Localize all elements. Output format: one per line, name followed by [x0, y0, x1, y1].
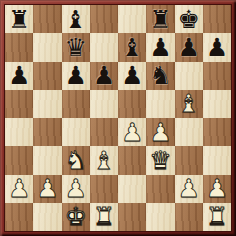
piece-black-pawn[interactable]: ♟	[93, 63, 115, 88]
piece-white-pawn[interactable]: ♟	[64, 176, 86, 201]
piece-black-queen[interactable]: ♛	[64, 35, 86, 60]
piece-black-bishop[interactable]: ♝	[64, 7, 86, 32]
square-g4[interactable]	[175, 118, 203, 146]
square-g5[interactable]: ♝	[175, 90, 203, 118]
piece-black-pawn[interactable]: ♟	[206, 35, 228, 60]
square-e6[interactable]: ♟	[118, 62, 146, 90]
square-c8[interactable]: ♝	[62, 5, 90, 33]
square-g8[interactable]: ♚	[175, 5, 203, 33]
square-c5[interactable]	[62, 90, 90, 118]
square-e8[interactable]	[118, 5, 146, 33]
piece-white-bishop[interactable]: ♝	[93, 148, 115, 173]
square-a8[interactable]: ♜	[5, 5, 33, 33]
square-c7[interactable]: ♛	[62, 33, 90, 61]
square-c4[interactable]	[62, 118, 90, 146]
square-a7[interactable]	[5, 33, 33, 61]
square-a3[interactable]	[5, 146, 33, 174]
square-c3[interactable]: ♞	[62, 146, 90, 174]
piece-black-rook[interactable]: ♜	[149, 7, 171, 32]
square-b4[interactable]	[33, 118, 61, 146]
square-c1[interactable]: ♚	[62, 203, 90, 231]
square-f3[interactable]: ♛	[146, 146, 174, 174]
square-c2[interactable]: ♟	[62, 175, 90, 203]
square-f6[interactable]: ♞	[146, 62, 174, 90]
square-d3[interactable]: ♝	[90, 146, 118, 174]
piece-black-pawn[interactable]: ♟	[8, 63, 30, 88]
square-a5[interactable]	[5, 90, 33, 118]
square-c6[interactable]: ♟	[62, 62, 90, 90]
piece-white-pawn[interactable]: ♟	[121, 120, 143, 145]
square-b1[interactable]	[33, 203, 61, 231]
square-h4[interactable]	[203, 118, 231, 146]
board-frame: ♜♝♜♚♛♝♟♟♟♟♟♟♟♞♝♟♟♞♝♛♟♟♟♟♟♚♜♜	[0, 0, 236, 236]
square-g1[interactable]	[175, 203, 203, 231]
square-d8[interactable]	[90, 5, 118, 33]
square-g3[interactable]	[175, 146, 203, 174]
square-b8[interactable]	[33, 5, 61, 33]
square-d5[interactable]	[90, 90, 118, 118]
square-h3[interactable]	[203, 146, 231, 174]
piece-black-knight[interactable]: ♞	[149, 63, 171, 88]
square-e4[interactable]: ♟	[118, 118, 146, 146]
piece-white-pawn[interactable]: ♟	[36, 176, 58, 201]
square-b6[interactable]	[33, 62, 61, 90]
square-d7[interactable]	[90, 33, 118, 61]
square-b2[interactable]: ♟	[33, 175, 61, 203]
piece-white-pawn[interactable]: ♟	[206, 176, 228, 201]
square-e7[interactable]: ♝	[118, 33, 146, 61]
piece-white-pawn[interactable]: ♟	[8, 176, 30, 201]
square-f8[interactable]: ♜	[146, 5, 174, 33]
square-d2[interactable]	[90, 175, 118, 203]
square-b5[interactable]	[33, 90, 61, 118]
piece-white-rook[interactable]: ♜	[93, 204, 115, 229]
piece-white-bishop[interactable]: ♝	[177, 91, 199, 116]
piece-black-bishop[interactable]: ♝	[121, 35, 143, 60]
piece-black-pawn[interactable]: ♟	[149, 35, 171, 60]
square-h1[interactable]: ♜	[203, 203, 231, 231]
square-h8[interactable]	[203, 5, 231, 33]
square-h5[interactable]	[203, 90, 231, 118]
piece-white-rook[interactable]: ♜	[206, 204, 228, 229]
piece-black-pawn[interactable]: ♟	[177, 35, 199, 60]
square-a1[interactable]	[5, 203, 33, 231]
square-f5[interactable]	[146, 90, 174, 118]
piece-white-queen[interactable]: ♛	[149, 148, 171, 173]
square-e1[interactable]	[118, 203, 146, 231]
square-d4[interactable]	[90, 118, 118, 146]
square-f1[interactable]	[146, 203, 174, 231]
square-a4[interactable]	[5, 118, 33, 146]
square-d6[interactable]: ♟	[90, 62, 118, 90]
piece-black-rook[interactable]: ♜	[8, 7, 30, 32]
piece-white-pawn[interactable]: ♟	[149, 120, 171, 145]
piece-white-pawn[interactable]: ♟	[177, 176, 199, 201]
square-d1[interactable]: ♜	[90, 203, 118, 231]
square-b7[interactable]	[33, 33, 61, 61]
square-g6[interactable]	[175, 62, 203, 90]
piece-black-king[interactable]: ♚	[177, 7, 199, 32]
square-g7[interactable]: ♟	[175, 33, 203, 61]
piece-black-pawn[interactable]: ♟	[64, 63, 86, 88]
square-a2[interactable]: ♟	[5, 175, 33, 203]
piece-white-knight[interactable]: ♞	[64, 148, 86, 173]
square-f7[interactable]: ♟	[146, 33, 174, 61]
square-g2[interactable]: ♟	[175, 175, 203, 203]
square-b3[interactable]	[33, 146, 61, 174]
piece-black-pawn[interactable]: ♟	[121, 63, 143, 88]
square-h6[interactable]	[203, 62, 231, 90]
square-e2[interactable]	[118, 175, 146, 203]
chess-board: ♜♝♜♚♛♝♟♟♟♟♟♟♟♞♝♟♟♞♝♛♟♟♟♟♟♚♜♜	[5, 5, 231, 231]
square-f4[interactable]: ♟	[146, 118, 174, 146]
square-e3[interactable]	[118, 146, 146, 174]
square-h7[interactable]: ♟	[203, 33, 231, 61]
square-a6[interactable]: ♟	[5, 62, 33, 90]
square-h2[interactable]: ♟	[203, 175, 231, 203]
piece-white-king[interactable]: ♚	[64, 204, 86, 229]
square-f2[interactable]	[146, 175, 174, 203]
square-e5[interactable]	[118, 90, 146, 118]
